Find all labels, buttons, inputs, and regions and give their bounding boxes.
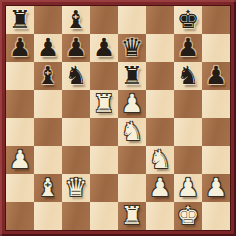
square-c5[interactable]: [62, 90, 90, 118]
square-d6[interactable]: [90, 62, 118, 90]
black-pawn-a7[interactable]: ♟: [9, 35, 31, 60]
square-g6[interactable]: ♞: [174, 62, 202, 90]
square-f8[interactable]: [146, 6, 174, 34]
square-f1[interactable]: [146, 202, 174, 230]
white-pawn-a3[interactable]: ♟: [9, 147, 31, 172]
square-a6[interactable]: [6, 62, 34, 90]
square-h1[interactable]: [202, 202, 230, 230]
square-b3[interactable]: [34, 146, 62, 174]
square-h3[interactable]: [202, 146, 230, 174]
square-f4[interactable]: [146, 118, 174, 146]
black-pawn-h6[interactable]: ♟: [205, 63, 227, 88]
square-b1[interactable]: [34, 202, 62, 230]
square-h5[interactable]: [202, 90, 230, 118]
square-a1[interactable]: [6, 202, 34, 230]
square-e7[interactable]: ♛: [118, 34, 146, 62]
square-a2[interactable]: [6, 174, 34, 202]
black-bishop-b6[interactable]: ♝: [37, 63, 59, 88]
black-bishop-c8[interactable]: ♝: [65, 7, 87, 32]
square-g4[interactable]: [174, 118, 202, 146]
square-g2[interactable]: ♟: [174, 174, 202, 202]
square-f7[interactable]: [146, 34, 174, 62]
square-e5[interactable]: ♟: [118, 90, 146, 118]
white-knight-f3[interactable]: ♞: [149, 147, 171, 172]
black-queen-e7[interactable]: ♛: [121, 35, 143, 60]
square-e8[interactable]: [118, 6, 146, 34]
square-c1[interactable]: [62, 202, 90, 230]
square-b4[interactable]: [34, 118, 62, 146]
square-e6[interactable]: ♜: [118, 62, 146, 90]
square-f5[interactable]: [146, 90, 174, 118]
square-c2[interactable]: ♛: [62, 174, 90, 202]
square-f2[interactable]: ♟: [146, 174, 174, 202]
white-knight-e4[interactable]: ♞: [121, 119, 143, 144]
white-bishop-b2[interactable]: ♝: [37, 175, 59, 200]
square-h7[interactable]: [202, 34, 230, 62]
square-b7[interactable]: ♟: [34, 34, 62, 62]
square-g1[interactable]: ♚: [174, 202, 202, 230]
black-rook-a8[interactable]: ♜: [9, 7, 31, 32]
square-g8[interactable]: ♚: [174, 6, 202, 34]
square-b5[interactable]: [34, 90, 62, 118]
square-c7[interactable]: ♟: [62, 34, 90, 62]
black-knight-g6[interactable]: ♞: [177, 63, 199, 88]
square-d5[interactable]: ♜: [90, 90, 118, 118]
square-a7[interactable]: ♟: [6, 34, 34, 62]
square-e4[interactable]: ♞: [118, 118, 146, 146]
square-d1[interactable]: [90, 202, 118, 230]
square-a3[interactable]: ♟: [6, 146, 34, 174]
square-e3[interactable]: [118, 146, 146, 174]
square-a4[interactable]: [6, 118, 34, 146]
square-c3[interactable]: [62, 146, 90, 174]
square-c6[interactable]: ♞: [62, 62, 90, 90]
white-rook-d5[interactable]: ♜: [93, 91, 115, 116]
chess-board: ♜♝♚♟♟♟♟♛♟♝♞♜♞♟♜♟♞♟♞♝♛♟♟♟♜♚: [6, 6, 230, 230]
square-d2[interactable]: [90, 174, 118, 202]
white-queen-c2[interactable]: ♛: [65, 175, 87, 200]
square-c8[interactable]: ♝: [62, 6, 90, 34]
black-pawn-d7[interactable]: ♟: [93, 35, 115, 60]
square-b6[interactable]: ♝: [34, 62, 62, 90]
black-rook-e6[interactable]: ♜: [121, 63, 143, 88]
square-g7[interactable]: ♟: [174, 34, 202, 62]
square-e2[interactable]: [118, 174, 146, 202]
black-pawn-c7[interactable]: ♟: [65, 35, 87, 60]
square-h4[interactable]: [202, 118, 230, 146]
square-d7[interactable]: ♟: [90, 34, 118, 62]
square-e1[interactable]: ♜: [118, 202, 146, 230]
square-b2[interactable]: ♝: [34, 174, 62, 202]
square-d4[interactable]: [90, 118, 118, 146]
square-a8[interactable]: ♜: [6, 6, 34, 34]
square-a5[interactable]: [6, 90, 34, 118]
black-knight-c6[interactable]: ♞: [65, 63, 87, 88]
black-king-g8[interactable]: ♚: [177, 7, 199, 32]
board-frame: ♜♝♚♟♟♟♟♛♟♝♞♜♞♟♜♟♞♟♞♝♛♟♟♟♜♚: [0, 0, 236, 236]
white-king-g1[interactable]: ♚: [177, 203, 199, 228]
square-f3[interactable]: ♞: [146, 146, 174, 174]
square-g3[interactable]: [174, 146, 202, 174]
square-d8[interactable]: [90, 6, 118, 34]
white-pawn-h2[interactable]: ♟: [205, 175, 227, 200]
white-pawn-f2[interactable]: ♟: [149, 175, 171, 200]
square-f6[interactable]: [146, 62, 174, 90]
white-rook-e1[interactable]: ♜: [121, 203, 143, 228]
white-pawn-g2[interactable]: ♟: [177, 175, 199, 200]
black-pawn-b7[interactable]: ♟: [37, 35, 59, 60]
black-pawn-g7[interactable]: ♟: [177, 35, 199, 60]
square-d3[interactable]: [90, 146, 118, 174]
square-b8[interactable]: [34, 6, 62, 34]
square-g5[interactable]: [174, 90, 202, 118]
square-h2[interactable]: ♟: [202, 174, 230, 202]
square-h6[interactable]: ♟: [202, 62, 230, 90]
white-pawn-e5[interactable]: ♟: [121, 91, 143, 116]
square-h8[interactable]: [202, 6, 230, 34]
square-c4[interactable]: [62, 118, 90, 146]
